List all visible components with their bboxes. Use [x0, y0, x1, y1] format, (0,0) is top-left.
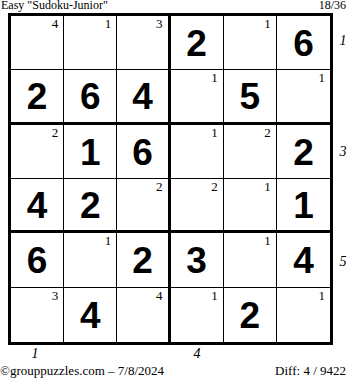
col-label-1: 1	[28, 346, 42, 362]
cell-r1c2[interactable]: 1	[64, 16, 117, 70]
corner-hint-mark: 3	[156, 17, 163, 31]
cell-r5c4[interactable]: 3	[171, 233, 224, 287]
given-digit: 5	[239, 78, 260, 115]
givens-counter: 18/36	[319, 0, 346, 13]
cell-r3c5[interactable]: 2	[224, 125, 277, 179]
sudoku-grid: 413216264151216122422211612314344121	[8, 13, 333, 345]
given-digit: 1	[80, 134, 101, 171]
cell-r4c5[interactable]: 1	[224, 179, 277, 233]
cell-r5c5[interactable]: 1	[224, 233, 277, 287]
col-label-4: 4	[190, 346, 204, 362]
given-digit: 6	[27, 242, 48, 279]
cell-r3c2[interactable]: 1	[64, 125, 117, 179]
cell-r2c1[interactable]: 2	[11, 70, 64, 124]
given-digit: 2	[239, 297, 260, 334]
row-label-3: 3	[336, 144, 347, 160]
cell-r3c3[interactable]: 6	[117, 125, 170, 179]
corner-hint-mark: 1	[319, 71, 326, 85]
cell-r2c6[interactable]: 1	[277, 70, 330, 124]
corner-hint-mark: 2	[264, 126, 271, 140]
cell-r2c5[interactable]: 5	[224, 70, 277, 124]
cell-r3c6[interactable]: 2	[277, 125, 330, 179]
corner-hint-mark: 1	[264, 180, 271, 194]
given-digit: 2	[186, 25, 207, 62]
corner-hint-mark: 1	[211, 71, 218, 85]
cell-r6c2[interactable]: 4	[64, 288, 117, 342]
cell-r2c3[interactable]: 4	[117, 70, 170, 124]
cell-r5c2[interactable]: 1	[64, 233, 117, 287]
cell-r1c3[interactable]: 3	[117, 16, 170, 70]
given-digit: 2	[80, 187, 101, 224]
cell-r6c1[interactable]: 3	[11, 288, 64, 342]
given-digit: 6	[80, 78, 101, 115]
corner-hint-mark: 1	[319, 289, 326, 303]
cell-r2c2[interactable]: 6	[64, 70, 117, 124]
cell-r1c1[interactable]: 4	[11, 16, 64, 70]
cell-r1c6[interactable]: 6	[277, 16, 330, 70]
cell-r1c5[interactable]: 1	[224, 16, 277, 70]
given-digit: 6	[293, 25, 314, 62]
puzzle-page: Easy "Sudoku-Junior" 18/36 4132162641512…	[0, 0, 347, 381]
given-digit: 2	[293, 134, 314, 171]
cell-r6c4[interactable]: 1	[171, 288, 224, 342]
row-label-1: 1	[336, 33, 347, 49]
corner-hint-mark: 2	[211, 180, 218, 194]
corner-hint-mark: 2	[52, 126, 59, 140]
row-label-5: 5	[336, 254, 347, 270]
corner-hint-mark: 4	[52, 17, 59, 31]
cell-r4c2[interactable]: 2	[64, 179, 117, 233]
corner-hint-mark: 1	[211, 126, 218, 140]
given-digit: 2	[132, 242, 153, 279]
corner-hint-mark: 1	[211, 289, 218, 303]
puzzle-title: Easy "Sudoku-Junior"	[1, 0, 108, 13]
copyright-text: ©grouppuzzles.com – 7/8/2024	[0, 363, 164, 379]
cell-r6c5[interactable]: 2	[224, 288, 277, 342]
difficulty-text: Diff: 4 / 9422	[275, 363, 346, 379]
given-digit: 4	[293, 242, 314, 279]
cell-r2c4[interactable]: 1	[171, 70, 224, 124]
corner-hint-mark: 1	[264, 234, 271, 248]
given-digit: 2	[27, 78, 48, 115]
cell-r5c1[interactable]: 6	[11, 233, 64, 287]
given-digit: 6	[132, 134, 153, 171]
corner-hint-mark: 2	[156, 180, 163, 194]
cell-r4c6[interactable]: 1	[277, 179, 330, 233]
corner-hint-mark: 1	[105, 234, 112, 248]
cell-r6c6[interactable]: 1	[277, 288, 330, 342]
cell-r4c1[interactable]: 4	[11, 179, 64, 233]
given-digit: 4	[132, 78, 153, 115]
corner-hint-mark: 3	[52, 289, 59, 303]
given-digit: 4	[27, 187, 48, 224]
corner-hint-mark: 1	[264, 17, 271, 31]
corner-hint-mark: 4	[156, 289, 163, 303]
cell-r6c3[interactable]: 4	[117, 288, 170, 342]
cell-r1c4[interactable]: 2	[171, 16, 224, 70]
cell-r3c4[interactable]: 1	[171, 125, 224, 179]
given-digit: 3	[186, 242, 207, 279]
cell-r5c3[interactable]: 2	[117, 233, 170, 287]
cell-r5c6[interactable]: 4	[277, 233, 330, 287]
cell-r4c3[interactable]: 2	[117, 179, 170, 233]
cell-r4c4[interactable]: 2	[171, 179, 224, 233]
cell-r3c1[interactable]: 2	[11, 125, 64, 179]
given-digit: 1	[293, 187, 314, 224]
given-digit: 4	[80, 297, 101, 334]
corner-hint-mark: 1	[105, 17, 112, 31]
